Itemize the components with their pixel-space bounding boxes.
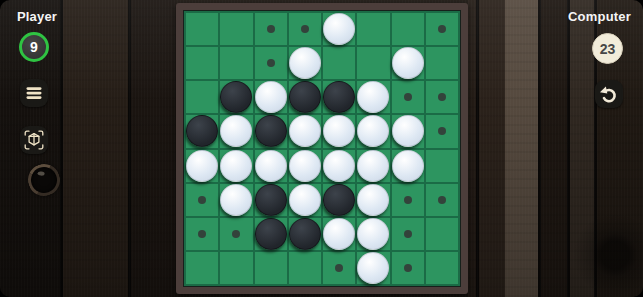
white-disc [289, 115, 321, 147]
cell-a1[interactable] [186, 13, 218, 45]
cell-a6[interactable] [186, 184, 218, 216]
cell-d3[interactable] [289, 81, 321, 113]
black-disc [289, 81, 321, 113]
cell-h4[interactable] [426, 115, 458, 147]
legal-move-dot [404, 264, 412, 272]
white-disc [255, 81, 287, 113]
player-label: Player [14, 9, 60, 24]
white-disc [289, 47, 321, 79]
cell-g7[interactable] [392, 218, 424, 250]
board-frame [176, 3, 468, 294]
cell-a7[interactable] [186, 218, 218, 250]
cell-f4[interactable] [357, 115, 389, 147]
hamburger-menu-icon [22, 81, 46, 105]
cell-c4[interactable] [255, 115, 287, 147]
cell-h6[interactable] [426, 184, 458, 216]
cell-c7[interactable] [255, 218, 287, 250]
cell-e4[interactable] [323, 115, 355, 147]
legal-move-dot [438, 127, 446, 135]
white-disc [323, 150, 355, 182]
cell-g2[interactable] [392, 47, 424, 79]
legal-move-dot [198, 230, 206, 238]
cell-e3[interactable] [323, 81, 355, 113]
white-disc [220, 184, 252, 216]
player-score-value: 9 [30, 39, 38, 55]
cell-c1[interactable] [255, 13, 287, 45]
cell-b2[interactable] [220, 47, 252, 79]
cell-a3[interactable] [186, 81, 218, 113]
black-disc [186, 115, 218, 147]
cell-d2[interactable] [289, 47, 321, 79]
black-disc [255, 218, 287, 250]
white-disc [392, 150, 424, 182]
cell-e6[interactable] [323, 184, 355, 216]
black-disc [289, 218, 321, 250]
cell-e1[interactable] [323, 13, 355, 45]
cell-f1[interactable] [357, 13, 389, 45]
cell-e5[interactable] [323, 150, 355, 182]
white-disc [357, 218, 389, 250]
cell-f8[interactable] [357, 252, 389, 284]
player-score-badge: 9 [19, 32, 49, 62]
legal-move-dot [404, 230, 412, 238]
white-disc [323, 115, 355, 147]
cell-d5[interactable] [289, 150, 321, 182]
3d-view-button[interactable] [20, 126, 48, 154]
white-disc [357, 150, 389, 182]
cell-g3[interactable] [392, 81, 424, 113]
black-disc [323, 184, 355, 216]
menu-button[interactable] [20, 79, 48, 107]
black-disc [323, 81, 355, 113]
legal-move-dot [335, 264, 343, 272]
white-disc [392, 115, 424, 147]
white-disc [289, 150, 321, 182]
cell-c5[interactable] [255, 150, 287, 182]
cell-e7[interactable] [323, 218, 355, 250]
black-disc [255, 184, 287, 216]
cell-g1[interactable] [392, 13, 424, 45]
white-disc [392, 47, 424, 79]
cell-h3[interactable] [426, 81, 458, 113]
cell-h7[interactable] [426, 218, 458, 250]
cell-f2[interactable] [357, 47, 389, 79]
game-screen: Player 9 Computer 23 [0, 0, 643, 297]
legal-move-dot [438, 93, 446, 101]
white-disc [289, 184, 321, 216]
white-disc [186, 150, 218, 182]
cell-h1[interactable] [426, 13, 458, 45]
cell-c2[interactable] [255, 47, 287, 79]
cell-g5[interactable] [392, 150, 424, 182]
cell-f5[interactable] [357, 150, 389, 182]
cell-b8[interactable] [220, 252, 252, 284]
computer-label: Computer [568, 9, 628, 24]
white-disc [357, 184, 389, 216]
cell-g8[interactable] [392, 252, 424, 284]
black-disc [220, 81, 252, 113]
cell-b6[interactable] [220, 184, 252, 216]
cell-b5[interactable] [220, 150, 252, 182]
cell-f3[interactable] [357, 81, 389, 113]
cell-g6[interactable] [392, 184, 424, 216]
board-grid [183, 10, 461, 287]
wood-knot-decoration [23, 159, 64, 200]
white-disc [357, 115, 389, 147]
legal-move-dot [267, 59, 275, 67]
cell-c6[interactable] [255, 184, 287, 216]
legal-move-dot [438, 25, 446, 33]
cell-c3[interactable] [255, 81, 287, 113]
legal-move-dot [198, 196, 206, 204]
legal-move-dot [438, 196, 446, 204]
white-disc [220, 115, 252, 147]
white-disc [323, 218, 355, 250]
cell-a5[interactable] [186, 150, 218, 182]
undo-arrow-icon [597, 82, 621, 106]
cell-h2[interactable] [426, 47, 458, 79]
white-disc [323, 13, 355, 45]
white-disc [357, 252, 389, 284]
undo-button[interactable] [595, 80, 623, 108]
cell-a2[interactable] [186, 47, 218, 79]
cell-e8[interactable] [323, 252, 355, 284]
computer-score-badge: 23 [592, 33, 623, 64]
cell-a4[interactable] [186, 115, 218, 147]
cell-a8[interactable] [186, 252, 218, 284]
cell-f7[interactable] [357, 218, 389, 250]
white-disc [357, 81, 389, 113]
cell-h5[interactable] [426, 150, 458, 182]
cell-g4[interactable] [392, 115, 424, 147]
legal-move-dot [404, 196, 412, 204]
computer-score-value: 23 [600, 41, 616, 57]
cell-b3[interactable] [220, 81, 252, 113]
cell-e2[interactable] [323, 47, 355, 79]
legal-move-dot [301, 25, 309, 33]
cell-f6[interactable] [357, 184, 389, 216]
legal-move-dot [267, 25, 275, 33]
cell-b4[interactable] [220, 115, 252, 147]
cell-d1[interactable] [289, 13, 321, 45]
white-disc [255, 150, 287, 182]
cell-d8[interactable] [289, 252, 321, 284]
cell-d6[interactable] [289, 184, 321, 216]
cell-b1[interactable] [220, 13, 252, 45]
cube-icon [22, 128, 46, 152]
cell-c8[interactable] [255, 252, 287, 284]
white-disc [220, 150, 252, 182]
cell-d4[interactable] [289, 115, 321, 147]
legal-move-dot [404, 93, 412, 101]
cell-d7[interactable] [289, 218, 321, 250]
cell-b7[interactable] [220, 218, 252, 250]
legal-move-dot [232, 230, 240, 238]
black-disc [255, 115, 287, 147]
cell-h8[interactable] [426, 252, 458, 284]
